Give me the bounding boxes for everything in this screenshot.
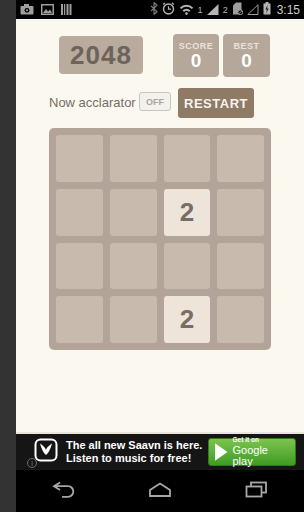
score-box: SCORE 0 [173, 34, 219, 77]
board-cell-r3c2: 2 [164, 296, 211, 343]
board-cell-r2c3 [217, 243, 264, 290]
board-cell-r1c0 [56, 189, 103, 236]
game-board[interactable]: 2 2 [49, 128, 271, 350]
barcode-icon [61, 1, 72, 19]
bluetooth-icon [150, 1, 158, 19]
board-cell-r1c3 [217, 189, 264, 236]
ad-headline: The all new Saavn is here. [66, 439, 208, 452]
google-play-badge[interactable]: Get it on Google play [208, 438, 296, 466]
sim1-number: 1 [198, 5, 203, 15]
clock-text: 3:15 [277, 3, 300, 17]
board-cell-r0c2 [164, 135, 211, 182]
best-box: BEST 0 [223, 34, 270, 77]
board-cell-r3c3 [217, 296, 264, 343]
status-right-icons: 1 2 3:15 [150, 1, 300, 19]
screenshot-icon [41, 1, 54, 19]
signal-empty-icon [247, 1, 259, 19]
phone-screen: 1 2 3:15 2048 SCORE 0 BEST 0 Now acclara… [16, 0, 304, 512]
signal-full-icon [207, 1, 219, 19]
back-icon [51, 481, 77, 502]
board-cell-r0c1 [110, 135, 157, 182]
sim2-number: 2 [223, 5, 228, 15]
saavn-logo-icon [34, 438, 58, 466]
badge-top-text: Get it on [233, 437, 290, 444]
accelerator-label: Now acclarator [49, 95, 136, 110]
status-bar: 1 2 3:15 [16, 0, 304, 19]
game-logo: 2048 [59, 36, 143, 74]
board-cell-r2c0 [56, 243, 103, 290]
back-button[interactable] [16, 481, 112, 502]
ad-text: The all new Saavn is here. Listen to mus… [66, 439, 208, 465]
ad-info-icon[interactable]: i [27, 458, 37, 468]
score-value: 0 [191, 51, 202, 71]
home-button[interactable] [112, 482, 208, 501]
home-icon [147, 482, 173, 501]
battery-charging-icon [263, 1, 271, 19]
restart-button[interactable]: RESTART [178, 88, 254, 118]
recents-icon [243, 481, 269, 502]
score-label: SCORE [179, 41, 214, 51]
board-cell-r0c0 [56, 135, 103, 182]
ad-subline: Listen to music for free! [66, 452, 208, 465]
status-left-icons [20, 1, 72, 19]
board-cell-r1c2: 2 [164, 189, 211, 236]
recents-button[interactable] [208, 481, 304, 502]
badge-text: Get it on Google play [233, 437, 290, 468]
best-value: 0 [241, 51, 252, 71]
play-triangle-icon [215, 443, 228, 461]
navigation-bar [16, 470, 304, 512]
board-cell-r1c1 [110, 189, 157, 236]
wifi-icon [179, 1, 194, 19]
board-cell-r3c0 [56, 296, 103, 343]
accelerator-toggle-button[interactable]: OFF [139, 92, 171, 111]
board-cell-r2c1 [110, 243, 157, 290]
camera-icon [20, 1, 34, 19]
board-cell-r0c3 [217, 135, 264, 182]
board-cell-r3c1 [110, 296, 157, 343]
alarm-icon [162, 1, 175, 19]
ad-banner[interactable]: The all new Saavn is here. Listen to mus… [16, 432, 304, 470]
badge-bottom-text: Google play [233, 445, 290, 467]
sim-card-icon [232, 1, 243, 19]
best-label: BEST [233, 41, 259, 51]
board-grid: 2 2 [49, 128, 271, 350]
board-cell-r2c2 [164, 243, 211, 290]
